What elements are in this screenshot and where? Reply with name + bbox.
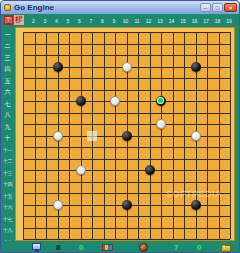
grid-line (184, 32, 185, 239)
column-label: 19 (226, 16, 232, 26)
maximize-button[interactable]: □ (212, 3, 223, 12)
black-stone[interactable] (145, 165, 155, 175)
grid-line (207, 32, 208, 239)
grid-line (23, 170, 230, 171)
white-stone[interactable] (53, 131, 63, 141)
grid-line (230, 32, 231, 239)
column-label: 7 (90, 16, 93, 26)
white-stone[interactable] (122, 62, 132, 72)
black-stone[interactable] (122, 200, 132, 210)
column-label: 8 (101, 16, 104, 26)
row-label: 十六 (1, 204, 14, 211)
white-stone[interactable] (191, 131, 201, 141)
row-label: 十一 (1, 147, 14, 154)
monitor-icon[interactable] (32, 243, 41, 250)
grid-line (173, 32, 174, 239)
row-label: 十四 (1, 181, 14, 188)
row-label: 六 (1, 89, 14, 96)
row-label: 十二 (1, 158, 14, 165)
row-label: 三 (1, 55, 14, 62)
last-move-marker (158, 98, 163, 103)
column-label: 14 (169, 16, 175, 26)
main-area: 圍 棋 12345678910111213141516171819 一二三四五六… (1, 14, 239, 253)
column-label: 12 (146, 16, 152, 26)
window-title: Go Engine (14, 1, 54, 14)
ball-icon[interactable] (139, 243, 148, 252)
row-label: 一 (1, 32, 14, 39)
row-label: 十七 (1, 216, 14, 223)
grid-line (23, 182, 230, 183)
white-stone[interactable] (110, 96, 120, 106)
row-label: 十三 (1, 170, 14, 177)
row-label: 十八 (1, 227, 14, 234)
grid-line (138, 32, 139, 239)
column-label: 2 (32, 16, 35, 26)
black-stone-count: 8 (56, 243, 60, 253)
white-stone[interactable] (53, 200, 63, 210)
minimize-button[interactable]: – (200, 3, 211, 12)
row-label: 四 (1, 66, 14, 73)
black-stone[interactable] (191, 200, 201, 210)
black-stone[interactable] (76, 96, 86, 106)
white-stone-count: 7 (174, 243, 178, 253)
row-labels: 一二三四五六七八九十十一十二十三十四十五十六十七十八十九 (1, 31, 15, 251)
grid-line (161, 32, 162, 239)
column-label: 15 (180, 16, 186, 26)
row-label: 七 (1, 101, 14, 108)
black-stone[interactable] (122, 131, 132, 141)
grid-line (23, 228, 230, 229)
row-label: 十 (1, 135, 14, 142)
column-labels: 12345678910111213141516171819 (1, 16, 239, 26)
column-label: 10 (123, 16, 129, 26)
column-label: 5 (67, 16, 70, 26)
grid-line (23, 159, 230, 160)
close-button[interactable]: × (224, 3, 237, 12)
row-label: 九 (1, 124, 14, 131)
column-label: 17 (203, 16, 209, 26)
column-label: 11 (134, 16, 139, 26)
highlight-square (87, 131, 97, 141)
column-label: 1 (21, 16, 24, 26)
title-bar[interactable]: Go Engine – □ × (1, 1, 239, 15)
app-window: Go Engine – □ × 圍 棋 12345678910111213141… (0, 0, 240, 253)
grid-line (23, 239, 230, 240)
palette-icon[interactable] (102, 244, 113, 251)
app-icon (4, 4, 11, 11)
board-grid[interactable] (23, 32, 231, 240)
status-toolbar: 8 0 7 0 (1, 241, 239, 253)
column-label: 13 (157, 16, 163, 26)
white-stone[interactable] (156, 119, 166, 129)
watermark: SOFTPEDIA (166, 189, 222, 199)
grid-line (23, 216, 230, 217)
column-label: 9 (113, 16, 116, 26)
white-stone[interactable] (76, 165, 86, 175)
row-label: 五 (1, 78, 14, 85)
grid-line (219, 32, 220, 239)
white-captures-count: 0 (197, 243, 201, 253)
black-captures-count: 0 (79, 243, 83, 253)
row-label: 八 (1, 112, 14, 119)
grid-line (150, 32, 151, 239)
folder-icon[interactable] (221, 245, 231, 252)
row-label: 十五 (1, 193, 14, 200)
column-label: 6 (78, 16, 81, 26)
grid-line (23, 147, 230, 148)
black-stone[interactable] (53, 62, 63, 72)
column-label: 18 (215, 16, 221, 26)
column-label: 16 (192, 16, 198, 26)
go-board[interactable]: SOFTPEDIA (15, 27, 235, 241)
black-stone[interactable] (156, 96, 166, 106)
column-label: 4 (55, 16, 58, 26)
black-stone[interactable] (191, 62, 201, 72)
row-label: 二 (1, 43, 14, 50)
column-label: 3 (44, 16, 47, 26)
window-controls: – □ × (200, 3, 237, 12)
